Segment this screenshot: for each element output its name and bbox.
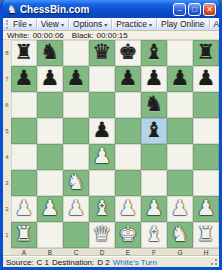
square-a5[interactable] <box>11 118 37 144</box>
square-b7[interactable]: ♟ <box>37 66 63 92</box>
menu-item-file[interactable]: File▾ <box>10 18 35 30</box>
maximize-button[interactable]: □ <box>188 3 201 16</box>
square-f4[interactable] <box>141 144 167 170</box>
file-labels: ABCDEFGH <box>11 248 219 256</box>
square-e6[interactable] <box>115 92 141 118</box>
dropdown-arrow-icon: ▾ <box>104 21 107 28</box>
square-g6[interactable] <box>167 92 193 118</box>
square-c7[interactable]: ♟ <box>63 66 89 92</box>
piece-white-knight[interactable]: ♞ <box>63 170 89 196</box>
piece-black-pawn[interactable]: ♟ <box>141 66 167 92</box>
file-label-b: B <box>37 249 63 256</box>
square-e1[interactable]: ♚ <box>115 222 141 248</box>
source-label: Source: <box>6 258 34 267</box>
piece-black-pawn[interactable]: ♟ <box>193 66 219 92</box>
piece-black-rook[interactable]: ♜ <box>193 40 219 66</box>
dropdown-arrow-icon: ▾ <box>149 21 152 28</box>
piece-black-rook[interactable]: ♜ <box>11 40 37 66</box>
square-e2[interactable]: ♟ <box>115 196 141 222</box>
file-label-g: G <box>167 249 193 256</box>
piece-black-king[interactable]: ♚ <box>115 40 141 66</box>
square-d1[interactable]: ♛ <box>89 222 115 248</box>
piece-white-king[interactable]: ♚ <box>115 222 141 248</box>
square-c5[interactable] <box>63 118 89 144</box>
menu-item-about[interactable]: About▾ <box>211 18 222 30</box>
menu-item-practice[interactable]: Practice▾ <box>113 18 155 30</box>
square-a7[interactable]: ♟ <box>11 66 37 92</box>
square-e4[interactable] <box>115 144 141 170</box>
dropdown-arrow-icon: ▾ <box>29 21 32 28</box>
piece-black-pawn[interactable]: ♟ <box>115 66 141 92</box>
square-g1[interactable]: ♞ <box>167 222 193 248</box>
piece-white-queen[interactable]: ♛ <box>89 222 115 248</box>
destination-label: Destination: <box>52 258 94 267</box>
title-bar[interactable]: ♞ ChessBin.com – □ ✕ <box>3 0 219 18</box>
square-e8[interactable]: ♚ <box>115 40 141 66</box>
square-g2[interactable]: ♟ <box>167 196 193 222</box>
square-d8[interactable]: ♛ <box>89 40 115 66</box>
square-e3[interactable] <box>115 170 141 196</box>
square-h1[interactable]: ♜ <box>193 222 219 248</box>
square-h3[interactable] <box>193 170 219 196</box>
piece-white-bishop[interactable]: ♝ <box>141 222 167 248</box>
menu-item-view[interactable]: View▾ <box>38 18 67 30</box>
piece-white-pawn[interactable]: ♟ <box>141 196 167 222</box>
piece-white-pawn[interactable]: ♟ <box>89 144 115 170</box>
menu-bar: File▾View▾Options▾Practice▾Play OnlineAb… <box>3 18 219 31</box>
square-f6[interactable]: ♞ <box>141 92 167 118</box>
rank-label-3: 3 <box>3 170 11 196</box>
piece-white-pawn[interactable]: ♟ <box>115 196 141 222</box>
status-bar: Source: C 1 Destination: D 2 White's Tur… <box>3 256 219 267</box>
square-c4[interactable] <box>63 144 89 170</box>
square-g3[interactable] <box>167 170 193 196</box>
square-g8[interactable] <box>167 40 193 66</box>
square-a2[interactable]: ♟ <box>11 196 37 222</box>
white-clock-label: White: <box>7 31 30 40</box>
file-label-h: H <box>193 249 219 256</box>
square-b5[interactable] <box>37 118 63 144</box>
square-b8[interactable]: ♞ <box>37 40 63 66</box>
piece-black-bishop[interactable]: ♝ <box>141 40 167 66</box>
file-label-e: E <box>115 249 141 256</box>
minimize-button[interactable]: – <box>173 3 186 16</box>
square-a4[interactable] <box>11 144 37 170</box>
source-value: C 1 <box>37 258 49 267</box>
rank-label-2: 2 <box>3 196 11 222</box>
square-c3[interactable]: ♞ <box>63 170 89 196</box>
black-clock-label: Black: <box>72 31 94 40</box>
chess-board: ♜♞♛♚♝♜♟♟♟♟♟♟♟♞♟♝♟♞♟♟♟♝♟♟♟♟♜♛♚♝♞♜ <box>11 40 219 248</box>
square-b2[interactable]: ♟ <box>37 196 63 222</box>
piece-black-knight[interactable]: ♞ <box>37 40 63 66</box>
file-label-d: D <box>89 249 115 256</box>
piece-white-pawn[interactable]: ♟ <box>193 196 219 222</box>
square-g5[interactable] <box>167 118 193 144</box>
square-f3[interactable] <box>141 170 167 196</box>
piece-white-pawn[interactable]: ♟ <box>63 196 89 222</box>
piece-white-rook[interactable]: ♜ <box>11 222 37 248</box>
square-f8[interactable]: ♝ <box>141 40 167 66</box>
menu-item-label: Practice <box>116 19 147 29</box>
piece-black-knight[interactable]: ♞ <box>141 92 167 118</box>
menu-item-label: About <box>214 19 222 29</box>
square-h2[interactable]: ♟ <box>193 196 219 222</box>
rank-label-5: 5 <box>3 118 11 144</box>
square-a6[interactable] <box>11 92 37 118</box>
piece-black-pawn[interactable]: ♟ <box>37 66 63 92</box>
square-d6[interactable] <box>89 92 115 118</box>
square-e5[interactable] <box>115 118 141 144</box>
dropdown-arrow-icon: ▾ <box>61 21 64 28</box>
piece-white-pawn[interactable]: ♟ <box>11 196 37 222</box>
piece-black-pawn[interactable]: ♟ <box>167 66 193 92</box>
app-knight-icon: ♞ <box>7 4 17 15</box>
menu-item-options[interactable]: Options▾ <box>70 18 110 30</box>
black-clock-time: 00:00:15 <box>97 31 128 40</box>
menu-item-label: Options <box>73 19 102 29</box>
square-b6[interactable] <box>37 92 63 118</box>
menu-item-label: View <box>41 19 59 29</box>
square-h8[interactable]: ♜ <box>193 40 219 66</box>
square-d4[interactable]: ♟ <box>89 144 115 170</box>
square-c2[interactable]: ♟ <box>63 196 89 222</box>
rank-label-7: 7 <box>3 66 11 92</box>
square-c1[interactable] <box>63 222 89 248</box>
close-button[interactable]: ✕ <box>203 3 216 16</box>
square-h4[interactable] <box>193 144 219 170</box>
menu-separator <box>156 19 157 29</box>
destination-value: D 2 <box>97 258 109 267</box>
clock-bar: White: 00:00:06 Black: 00:00:15 <box>3 31 219 40</box>
piece-black-pawn[interactable]: ♟ <box>63 66 89 92</box>
square-e7[interactable]: ♟ <box>115 66 141 92</box>
square-h6[interactable] <box>193 92 219 118</box>
square-d7[interactable] <box>89 66 115 92</box>
piece-black-pawn[interactable]: ♟ <box>11 66 37 92</box>
menu-separator <box>111 19 112 29</box>
piece-white-rook[interactable]: ♜ <box>193 222 219 248</box>
window-title: ChessBin.com <box>20 4 173 15</box>
square-a3[interactable] <box>11 170 37 196</box>
square-b3[interactable] <box>37 170 63 196</box>
menu-separator <box>36 19 37 29</box>
square-f1[interactable]: ♝ <box>141 222 167 248</box>
rank-label-8: 8 <box>3 40 11 66</box>
white-clock-time: 00:00:06 <box>33 31 64 40</box>
rank-label-1: 1 <box>3 222 11 248</box>
rank-label-4: 4 <box>3 144 11 170</box>
rank-labels: 87654321 <box>3 40 11 248</box>
piece-white-pawn[interactable]: ♟ <box>167 196 193 222</box>
piece-white-pawn[interactable]: ♟ <box>37 196 63 222</box>
menu-item-label: File <box>13 19 27 29</box>
resize-grip-icon[interactable] <box>209 257 218 266</box>
menu-item-play-online[interactable]: Play Online <box>158 18 207 30</box>
menu-separator <box>68 19 69 29</box>
square-d5[interactable]: ♟ <box>89 118 115 144</box>
square-h5[interactable] <box>193 118 219 144</box>
file-label-f: F <box>141 249 167 256</box>
piece-black-bishop[interactable]: ♝ <box>141 118 167 144</box>
piece-black-pawn[interactable]: ♟ <box>89 118 115 144</box>
file-label-c: C <box>63 249 89 256</box>
piece-black-queen[interactable]: ♛ <box>89 40 115 66</box>
square-b4[interactable] <box>37 144 63 170</box>
board-area: 87654321 ♜♞♛♚♝♜♟♟♟♟♟♟♟♞♟♝♟♞♟♟♟♝♟♟♟♟♜♛♚♝♞… <box>3 40 219 248</box>
square-h7[interactable]: ♟ <box>193 66 219 92</box>
piece-white-knight[interactable]: ♞ <box>167 222 193 248</box>
square-c6[interactable] <box>63 92 89 118</box>
square-d3[interactable] <box>89 170 115 196</box>
square-a8[interactable]: ♜ <box>11 40 37 66</box>
square-f7[interactable]: ♟ <box>141 66 167 92</box>
square-g7[interactable]: ♟ <box>167 66 193 92</box>
square-d2[interactable]: ♝ <box>89 196 115 222</box>
turn-indicator: White's Turn <box>113 258 157 267</box>
square-c8[interactable] <box>63 40 89 66</box>
toolbar-grip-icon[interactable] <box>6 20 8 29</box>
square-f5[interactable]: ♝ <box>141 118 167 144</box>
square-f2[interactable]: ♟ <box>141 196 167 222</box>
menu-item-label: Play Online <box>161 19 204 29</box>
app-window: ♞ ChessBin.com – □ ✕ File▾View▾Options▾P… <box>0 0 222 270</box>
square-b1[interactable] <box>37 222 63 248</box>
square-g4[interactable] <box>167 144 193 170</box>
rank-label-6: 6 <box>3 92 11 118</box>
square-a1[interactable]: ♜ <box>11 222 37 248</box>
piece-white-bishop[interactable]: ♝ <box>89 196 115 222</box>
file-label-a: A <box>11 249 37 256</box>
menu-separator <box>209 19 210 29</box>
